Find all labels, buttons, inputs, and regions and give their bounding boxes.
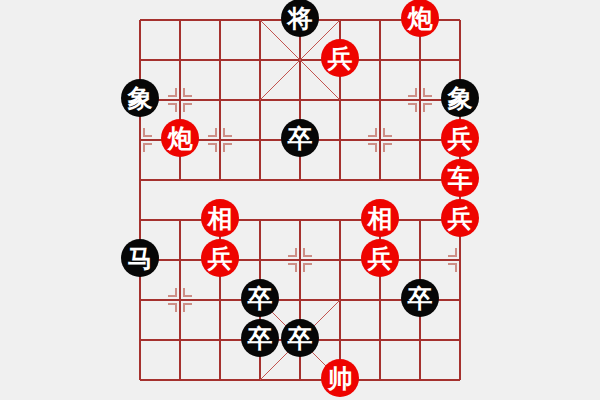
red-soldier[interactable]: 兵 xyxy=(441,119,479,157)
black-soldier[interactable]: 卒 xyxy=(281,319,319,357)
black-elephant[interactable]: 象 xyxy=(121,79,159,117)
red-soldier[interactable]: 兵 xyxy=(321,39,359,77)
black-soldier[interactable]: 卒 xyxy=(241,319,279,357)
black-general[interactable]: 将 xyxy=(281,0,319,37)
red-soldier[interactable]: 兵 xyxy=(441,199,479,237)
black-soldier[interactable]: 卒 xyxy=(241,279,279,317)
black-horse[interactable]: 马 xyxy=(121,239,159,277)
xiangqi-board[interactable]: 将炮兵象象炮卒兵车相相兵马兵兵卒卒卒卒帅 xyxy=(0,0,600,400)
red-soldier[interactable]: 兵 xyxy=(201,239,239,277)
black-soldier[interactable]: 卒 xyxy=(401,279,439,317)
black-elephant[interactable]: 象 xyxy=(441,79,479,117)
red-cannon[interactable]: 炮 xyxy=(161,119,199,157)
red-soldier[interactable]: 兵 xyxy=(361,239,399,277)
red-cannon[interactable]: 炮 xyxy=(401,0,439,37)
red-elephant[interactable]: 相 xyxy=(201,199,239,237)
red-elephant[interactable]: 相 xyxy=(361,199,399,237)
pieces-layer: 将炮兵象象炮卒兵车相相兵马兵兵卒卒卒卒帅 xyxy=(120,0,480,400)
red-general[interactable]: 帅 xyxy=(321,359,359,397)
red-chariot[interactable]: 车 xyxy=(441,159,479,197)
black-soldier[interactable]: 卒 xyxy=(281,119,319,157)
